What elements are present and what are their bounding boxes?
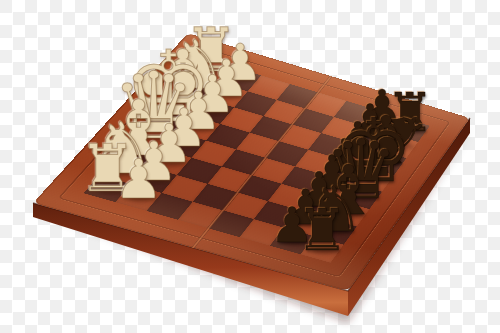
piece-black-rook-a8[interactable]: ♜	[296, 202, 348, 259]
piece-white-pawn-a2[interactable]: ♟	[114, 153, 163, 207]
chess-set-product-photo: ♜♞♝♛♚♝♞♜♟♟♟♟♟♟♟♟♟♟♟♟♟♟♟♟♜♞♝♛♚♝♞♜	[0, 0, 500, 333]
